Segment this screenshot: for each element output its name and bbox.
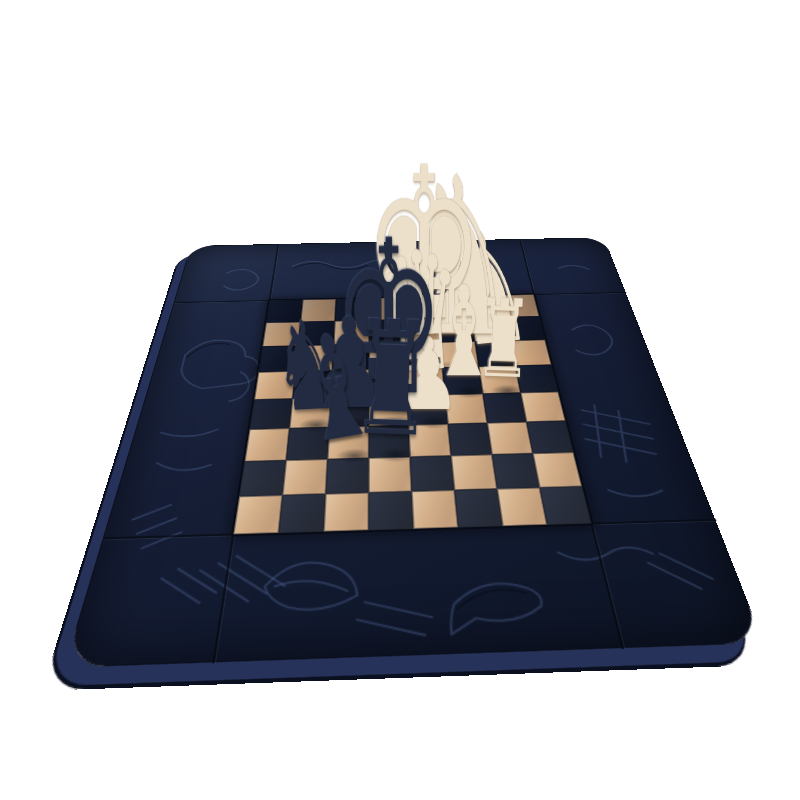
square-g2[interactable] [492, 453, 540, 488]
square-g3[interactable] [487, 422, 533, 455]
border-seam [104, 533, 234, 539]
square-f3[interactable] [448, 423, 492, 456]
board-3d-wrap: ♚♞♞♛♝♜♚♞♟♟♝♜ [64, 237, 764, 667]
square-e1[interactable] [412, 490, 459, 529]
square-f2[interactable] [451, 455, 497, 491]
carving-leaf [262, 561, 358, 611]
square-c1[interactable] [324, 493, 369, 532]
square-a1[interactable] [233, 495, 282, 534]
carving-elephant [176, 339, 263, 389]
square-a3[interactable] [245, 428, 290, 461]
carving-leaf-vein [274, 579, 347, 593]
carving-corner-br [646, 552, 717, 590]
carving-strokes-front [357, 600, 433, 637]
square-h1[interactable] [540, 486, 592, 524]
square-f1[interactable] [454, 489, 502, 528]
square-g1[interactable] [497, 488, 547, 527]
square-h2[interactable] [533, 452, 582, 487]
square-a2[interactable] [239, 460, 286, 496]
carving-trunk [229, 372, 251, 401]
square-g4[interactable] [483, 393, 527, 423]
square-b1[interactable] [279, 494, 326, 533]
square-c2[interactable] [326, 458, 369, 494]
carving-hatch-front [194, 554, 288, 603]
carving-wave-front [558, 547, 654, 561]
carved-board-slab: ♚♞♞♛♝♜♚♞♟♟♝♜ [64, 237, 764, 667]
square-h3[interactable] [526, 421, 573, 454]
carving-basket-right [576, 404, 663, 463]
carving-corner-bl [156, 568, 221, 605]
carving-hatch-left [125, 504, 187, 548]
carving-corner-tr [558, 265, 589, 270]
square-h4[interactable] [521, 392, 566, 422]
border-seam [534, 292, 627, 295]
carving-squiggle-left2 [155, 461, 212, 471]
border-seam [174, 300, 269, 303]
square-d1[interactable] [369, 491, 414, 530]
border-seam [591, 519, 717, 525]
square-e2[interactable] [410, 456, 454, 492]
carving-squiggle-left1 [160, 429, 218, 437]
square-b2[interactable] [283, 459, 328, 495]
carving-squiggle-right [608, 488, 664, 497]
checkerboard: ♚♞♞♛♝♜♚♞♟♟♝♜ [233, 294, 591, 534]
carving-snake [569, 325, 617, 356]
carving-fish [447, 582, 546, 634]
border-seam [212, 534, 235, 663]
square-d2[interactable] [369, 457, 412, 493]
border-seam [269, 244, 279, 300]
carving-corner-tl [223, 269, 260, 290]
border-seam [590, 523, 624, 649]
product-photo-scene: ♚♞♞♛♝♜♚♞♟♟♝♜ [0, 0, 800, 800]
